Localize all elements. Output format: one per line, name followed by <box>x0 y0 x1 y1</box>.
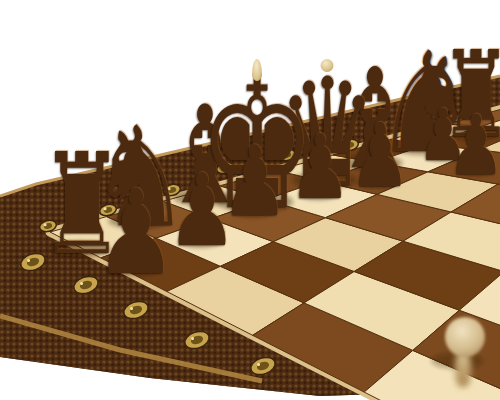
piece-d2-pawn[interactable]: ♟ <box>349 112 411 200</box>
piece-b2-pawn[interactable]: ♟ <box>447 104 500 187</box>
piece-g2-pawn[interactable]: ♟ <box>167 161 237 261</box>
blurred-foreground-piece-ball <box>445 317 485 357</box>
chess-set-photo: ♜♞♟♝♟♛♟♟♝♚♟♞♟♜♟ <box>0 0 500 400</box>
piece-h2-pawn[interactable]: ♟ <box>95 174 177 291</box>
